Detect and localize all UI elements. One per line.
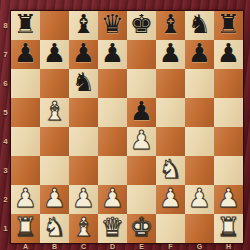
piece-black-pawn[interactable]: ♟: [72, 39, 95, 68]
piece-white-bishop[interactable]: ♝: [72, 213, 95, 242]
piece-white-pawn[interactable]: ♟: [14, 184, 37, 213]
square-b6[interactable]: [40, 69, 69, 98]
square-d4[interactable]: [98, 127, 127, 156]
piece-black-knight[interactable]: ♞: [188, 10, 211, 39]
piece-black-pawn[interactable]: ♟: [43, 39, 66, 68]
square-h2[interactable]: ♟: [214, 185, 243, 214]
square-d2[interactable]: ♟: [98, 185, 127, 214]
square-g5[interactable]: [185, 98, 214, 127]
piece-black-queen[interactable]: ♛: [101, 10, 124, 39]
square-d1[interactable]: ♛: [98, 214, 127, 243]
chess-board: ♜♝♛♚♝♞♜♟♟♟♟♟♟♟♞♝♟♟♞♟♟♟♟♟♟♟♜♞♝♛♚♜: [11, 11, 243, 243]
square-c1[interactable]: ♝: [69, 214, 98, 243]
piece-white-pawn[interactable]: ♟: [101, 184, 124, 213]
square-c8[interactable]: ♝: [69, 11, 98, 40]
square-c7[interactable]: ♟: [69, 40, 98, 69]
square-g6[interactable]: [185, 69, 214, 98]
square-e4[interactable]: ♟: [127, 127, 156, 156]
square-b5[interactable]: ♝: [40, 98, 69, 127]
file-label-b: B: [40, 242, 69, 250]
file-label-a: A: [11, 242, 40, 250]
square-b8[interactable]: [40, 11, 69, 40]
piece-white-knight[interactable]: ♞: [159, 155, 182, 184]
square-h7[interactable]: ♟: [214, 40, 243, 69]
piece-black-pawn[interactable]: ♟: [188, 39, 211, 68]
square-h4[interactable]: [214, 127, 243, 156]
square-g7[interactable]: ♟: [185, 40, 214, 69]
square-f3[interactable]: ♞: [156, 156, 185, 185]
rank-label-8: 8: [0, 11, 11, 40]
square-g2[interactable]: ♟: [185, 185, 214, 214]
square-d3[interactable]: [98, 156, 127, 185]
file-label-g: G: [185, 242, 214, 250]
piece-black-pawn[interactable]: ♟: [101, 39, 124, 68]
square-c3[interactable]: [69, 156, 98, 185]
square-e6[interactable]: [127, 69, 156, 98]
square-f5[interactable]: [156, 98, 185, 127]
piece-black-king[interactable]: ♚: [130, 10, 153, 39]
piece-white-knight[interactable]: ♞: [43, 213, 66, 242]
square-c4[interactable]: [69, 127, 98, 156]
file-label-e: E: [127, 242, 156, 250]
square-d7[interactable]: ♟: [98, 40, 127, 69]
piece-black-rook[interactable]: ♜: [217, 10, 240, 39]
piece-black-bishop[interactable]: ♝: [159, 10, 182, 39]
square-a4[interactable]: [11, 127, 40, 156]
square-a2[interactable]: ♟: [11, 185, 40, 214]
file-label-c: C: [69, 242, 98, 250]
piece-black-pawn[interactable]: ♟: [159, 39, 182, 68]
square-e2[interactable]: [127, 185, 156, 214]
file-labels: ABCDEFGH: [11, 242, 243, 250]
square-a8[interactable]: ♜: [11, 11, 40, 40]
square-h6[interactable]: [214, 69, 243, 98]
file-label-d: D: [98, 242, 127, 250]
square-h5[interactable]: [214, 98, 243, 127]
square-f4[interactable]: [156, 127, 185, 156]
square-b4[interactable]: [40, 127, 69, 156]
piece-white-queen[interactable]: ♛: [101, 213, 124, 242]
square-h3[interactable]: [214, 156, 243, 185]
rank-label-4: 4: [0, 127, 11, 156]
square-g3[interactable]: [185, 156, 214, 185]
rank-label-2: 2: [0, 185, 11, 214]
piece-black-bishop[interactable]: ♝: [72, 10, 95, 39]
square-d6[interactable]: [98, 69, 127, 98]
piece-white-pawn[interactable]: ♟: [188, 184, 211, 213]
piece-white-pawn[interactable]: ♟: [130, 126, 153, 155]
piece-white-king[interactable]: ♚: [130, 213, 153, 242]
square-c5[interactable]: [69, 98, 98, 127]
piece-black-pawn[interactable]: ♟: [14, 39, 37, 68]
piece-white-pawn[interactable]: ♟: [43, 184, 66, 213]
piece-white-bishop[interactable]: ♝: [43, 97, 66, 126]
rank-label-5: 5: [0, 98, 11, 127]
square-c2[interactable]: ♟: [69, 185, 98, 214]
square-f6[interactable]: [156, 69, 185, 98]
square-h1[interactable]: ♜: [214, 214, 243, 243]
piece-white-rook[interactable]: ♜: [14, 213, 37, 242]
square-e7[interactable]: [127, 40, 156, 69]
square-e5[interactable]: ♟: [127, 98, 156, 127]
piece-white-pawn[interactable]: ♟: [217, 184, 240, 213]
rank-label-7: 7: [0, 40, 11, 69]
square-f7[interactable]: ♟: [156, 40, 185, 69]
rank-labels: 87654321: [0, 11, 11, 243]
square-f8[interactable]: ♝: [156, 11, 185, 40]
square-a6[interactable]: [11, 69, 40, 98]
square-g4[interactable]: [185, 127, 214, 156]
square-f1[interactable]: [156, 214, 185, 243]
square-g8[interactable]: ♞: [185, 11, 214, 40]
piece-black-knight[interactable]: ♞: [72, 68, 95, 97]
square-b3[interactable]: [40, 156, 69, 185]
square-a1[interactable]: ♜: [11, 214, 40, 243]
rank-label-1: 1: [0, 214, 11, 243]
piece-black-rook[interactable]: ♜: [14, 10, 37, 39]
square-a3[interactable]: [11, 156, 40, 185]
square-c6[interactable]: ♞: [69, 69, 98, 98]
rank-label-6: 6: [0, 69, 11, 98]
piece-white-pawn[interactable]: ♟: [159, 184, 182, 213]
square-e8[interactable]: ♚: [127, 11, 156, 40]
square-g1[interactable]: [185, 214, 214, 243]
square-e3[interactable]: [127, 156, 156, 185]
chess-board-frame: 87654321 ♜♝♛♚♝♞♜♟♟♟♟♟♟♟♞♝♟♟♞♟♟♟♟♟♟♟♜♞♝♛♚…: [0, 0, 250, 250]
square-e1[interactable]: ♚: [127, 214, 156, 243]
square-d8[interactable]: ♛: [98, 11, 127, 40]
piece-white-rook[interactable]: ♜: [217, 213, 240, 242]
piece-black-pawn[interactable]: ♟: [217, 39, 240, 68]
rank-label-3: 3: [0, 156, 11, 185]
file-label-f: F: [156, 242, 185, 250]
square-a5[interactable]: [11, 98, 40, 127]
square-b7[interactable]: ♟: [40, 40, 69, 69]
square-b2[interactable]: ♟: [40, 185, 69, 214]
square-a7[interactable]: ♟: [11, 40, 40, 69]
square-b1[interactable]: ♞: [40, 214, 69, 243]
square-f2[interactable]: ♟: [156, 185, 185, 214]
piece-white-pawn[interactable]: ♟: [72, 184, 95, 213]
square-h8[interactable]: ♜: [214, 11, 243, 40]
square-d5[interactable]: [98, 98, 127, 127]
piece-black-pawn[interactable]: ♟: [130, 97, 153, 126]
file-label-h: H: [214, 242, 243, 250]
